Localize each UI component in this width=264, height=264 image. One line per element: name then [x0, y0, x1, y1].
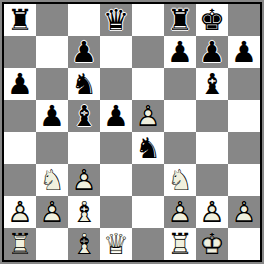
piece-black-pawn: ♟: [164, 36, 196, 68]
piece-black-rook: ♜: [164, 4, 196, 36]
white-knight-fill: ♞: [164, 164, 196, 196]
square-a7[interactable]: [4, 36, 36, 68]
piece-white-rook: ♖: [4, 228, 36, 260]
chess-diagram: ♜♛♜♚♟♟♟♟♟♞♝♟♝♟♟♙♞♞♘♟♙♞♘♟♙♟♙♝♗♟♙♟♙♟♙♜♖♝♗♛…: [0, 0, 264, 264]
square-f7[interactable]: ♟: [164, 36, 196, 68]
piece-white-pawn: ♙: [68, 164, 100, 196]
white-pawn-fill: ♟: [132, 100, 164, 132]
square-a4[interactable]: [4, 132, 36, 164]
white-pawn-fill: ♟: [196, 196, 228, 228]
square-g7[interactable]: ♟: [196, 36, 228, 68]
square-a5[interactable]: [4, 100, 36, 132]
chessboard: ♜♛♜♚♟♟♟♟♟♞♝♟♝♟♟♙♞♞♘♟♙♞♘♟♙♟♙♝♗♟♙♟♙♟♙♜♖♝♗♛…: [4, 4, 260, 260]
square-f4[interactable]: [164, 132, 196, 164]
square-b7[interactable]: [36, 36, 68, 68]
square-f6[interactable]: [164, 68, 196, 100]
square-g4[interactable]: [196, 132, 228, 164]
square-g2[interactable]: ♟♙: [196, 196, 228, 228]
square-c2[interactable]: ♝♗: [68, 196, 100, 228]
piece-white-pawn: ♙: [132, 100, 164, 132]
square-c4[interactable]: [68, 132, 100, 164]
square-c6[interactable]: ♞: [68, 68, 100, 100]
square-a3[interactable]: [4, 164, 36, 196]
square-c7[interactable]: ♟: [68, 36, 100, 68]
square-d2[interactable]: [100, 196, 132, 228]
square-d4[interactable]: [100, 132, 132, 164]
square-e3[interactable]: [132, 164, 164, 196]
piece-white-pawn: ♙: [228, 196, 260, 228]
square-h4[interactable]: [228, 132, 260, 164]
square-f1[interactable]: ♜♖: [164, 228, 196, 260]
square-b5[interactable]: ♟: [36, 100, 68, 132]
piece-white-knight: ♘: [164, 164, 196, 196]
square-a2[interactable]: ♟♙: [4, 196, 36, 228]
white-bishop-fill: ♝: [68, 196, 100, 228]
square-c3[interactable]: ♟♙: [68, 164, 100, 196]
piece-black-pawn: ♟: [228, 36, 260, 68]
piece-black-queen: ♛: [100, 4, 132, 36]
white-king-fill: ♚: [196, 228, 228, 260]
square-a8[interactable]: ♜: [4, 4, 36, 36]
square-h3[interactable]: [228, 164, 260, 196]
piece-white-pawn: ♙: [196, 196, 228, 228]
square-c1[interactable]: ♝♗: [68, 228, 100, 260]
white-pawn-fill: ♟: [164, 196, 196, 228]
square-h7[interactable]: ♟: [228, 36, 260, 68]
piece-white-pawn: ♙: [4, 196, 36, 228]
white-pawn-fill: ♟: [228, 196, 260, 228]
square-e4[interactable]: ♞: [132, 132, 164, 164]
square-f5[interactable]: [164, 100, 196, 132]
white-bishop-fill: ♝: [68, 228, 100, 260]
piece-black-pawn: ♟: [100, 100, 132, 132]
square-d7[interactable]: [100, 36, 132, 68]
square-h8[interactable]: [228, 4, 260, 36]
square-e6[interactable]: [132, 68, 164, 100]
square-a6[interactable]: ♟: [4, 68, 36, 100]
square-d8[interactable]: ♛: [100, 4, 132, 36]
piece-white-bishop: ♗: [68, 228, 100, 260]
square-d1[interactable]: ♛♕: [100, 228, 132, 260]
square-f3[interactable]: ♞♘: [164, 164, 196, 196]
piece-black-pawn: ♟: [196, 36, 228, 68]
piece-black-rook: ♜: [4, 4, 36, 36]
square-e8[interactable]: [132, 4, 164, 36]
piece-black-bishop: ♝: [196, 68, 228, 100]
square-e5[interactable]: ♟♙: [132, 100, 164, 132]
square-b1[interactable]: [36, 228, 68, 260]
square-e1[interactable]: [132, 228, 164, 260]
square-h5[interactable]: [228, 100, 260, 132]
square-e2[interactable]: [132, 196, 164, 228]
square-d3[interactable]: [100, 164, 132, 196]
square-b8[interactable]: [36, 4, 68, 36]
square-e7[interactable]: [132, 36, 164, 68]
piece-white-pawn: ♙: [36, 196, 68, 228]
white-pawn-fill: ♟: [68, 164, 100, 196]
white-pawn-fill: ♟: [4, 196, 36, 228]
piece-white-pawn: ♙: [164, 196, 196, 228]
square-f8[interactable]: ♜: [164, 4, 196, 36]
piece-white-bishop: ♗: [68, 196, 100, 228]
square-b6[interactable]: [36, 68, 68, 100]
square-d5[interactable]: ♟: [100, 100, 132, 132]
square-g1[interactable]: ♚♔: [196, 228, 228, 260]
square-a1[interactable]: ♜♖: [4, 228, 36, 260]
piece-black-pawn: ♟: [4, 68, 36, 100]
square-b2[interactable]: ♟♙: [36, 196, 68, 228]
piece-black-knight: ♞: [68, 68, 100, 100]
piece-black-king: ♚: [196, 4, 228, 36]
white-knight-fill: ♞: [36, 164, 68, 196]
square-f2[interactable]: ♟♙: [164, 196, 196, 228]
piece-black-pawn: ♟: [68, 36, 100, 68]
square-g5[interactable]: [196, 100, 228, 132]
piece-white-knight: ♘: [36, 164, 68, 196]
square-c8[interactable]: [68, 4, 100, 36]
white-rook-fill: ♜: [164, 228, 196, 260]
square-c5[interactable]: ♝: [68, 100, 100, 132]
piece-black-bishop: ♝: [68, 100, 100, 132]
board-frame: ♜♛♜♚♟♟♟♟♟♞♝♟♝♟♟♙♞♞♘♟♙♞♘♟♙♟♙♝♗♟♙♟♙♟♙♜♖♝♗♛…: [2, 2, 262, 262]
white-queen-fill: ♛: [100, 228, 132, 260]
square-h1[interactable]: [228, 228, 260, 260]
square-b4[interactable]: [36, 132, 68, 164]
piece-black-knight: ♞: [132, 132, 164, 164]
square-d6[interactable]: [100, 68, 132, 100]
piece-white-rook: ♖: [164, 228, 196, 260]
square-h6[interactable]: [228, 68, 260, 100]
square-h2[interactable]: ♟♙: [228, 196, 260, 228]
square-g6[interactable]: ♝: [196, 68, 228, 100]
square-g8[interactable]: ♚: [196, 4, 228, 36]
piece-black-pawn: ♟: [36, 100, 68, 132]
white-pawn-fill: ♟: [36, 196, 68, 228]
white-rook-fill: ♜: [4, 228, 36, 260]
square-g3[interactable]: [196, 164, 228, 196]
piece-white-king: ♔: [196, 228, 228, 260]
square-b3[interactable]: ♞♘: [36, 164, 68, 196]
piece-white-queen: ♕: [100, 228, 132, 260]
